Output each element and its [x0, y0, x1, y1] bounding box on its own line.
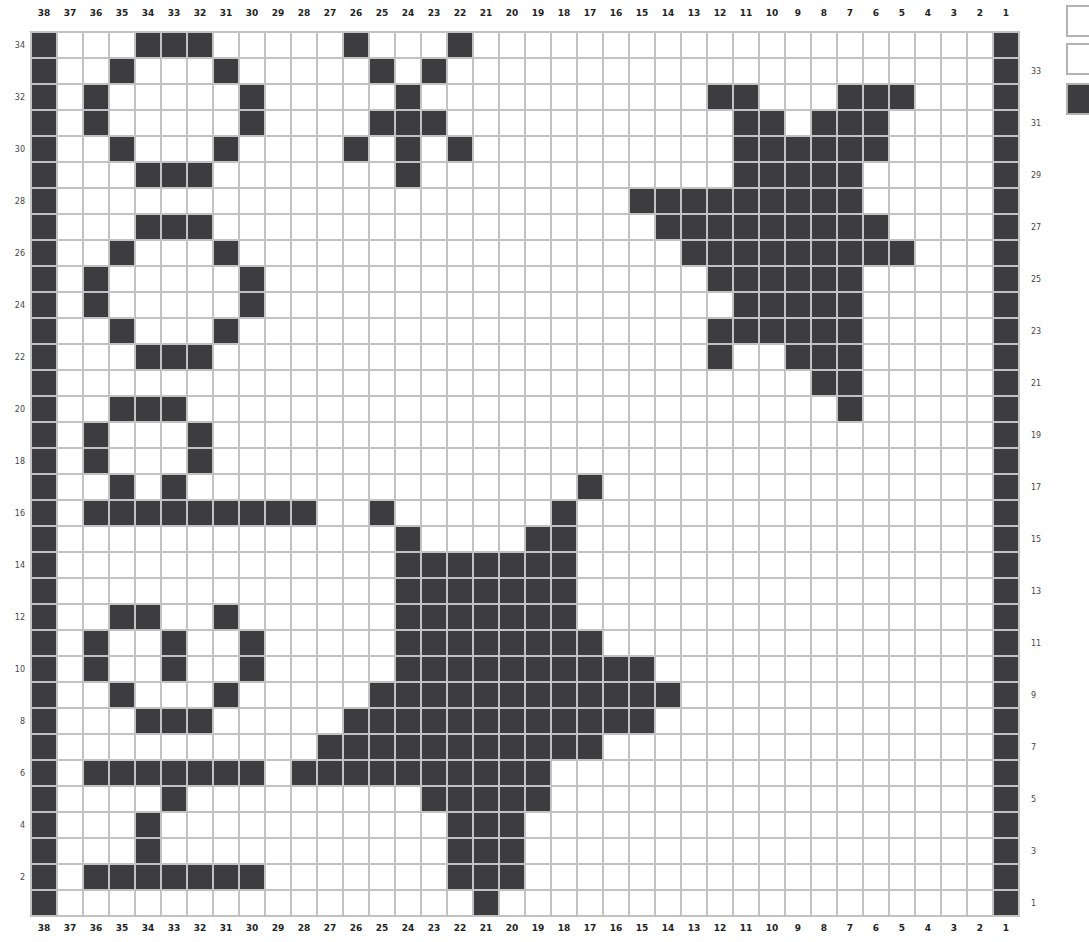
- grid-cell[interactable]: [32, 397, 56, 421]
- grid-cell[interactable]: [838, 59, 862, 83]
- grid-cell[interactable]: [214, 631, 238, 655]
- grid-cell[interactable]: [240, 735, 264, 759]
- grid-cell[interactable]: [760, 761, 784, 785]
- grid-cell[interactable]: [526, 189, 550, 213]
- grid-cell[interactable]: [994, 293, 1018, 317]
- grid-cell[interactable]: [214, 189, 238, 213]
- grid-cell[interactable]: [240, 553, 264, 577]
- grid-cell[interactable]: [656, 319, 680, 343]
- grid-cell[interactable]: [266, 527, 290, 551]
- grid-cell[interactable]: [500, 787, 524, 811]
- grid-cell[interactable]: [292, 657, 316, 681]
- grid-cell[interactable]: [344, 111, 368, 135]
- grid-cell[interactable]: [656, 345, 680, 369]
- grid-cell[interactable]: [136, 59, 160, 83]
- grid-cell[interactable]: [526, 683, 550, 707]
- grid-cell[interactable]: [344, 735, 368, 759]
- grid-cell[interactable]: [812, 215, 836, 239]
- grid-cell[interactable]: [838, 501, 862, 525]
- grid-cell[interactable]: [838, 891, 862, 915]
- grid-cell[interactable]: [864, 397, 888, 421]
- grid-cell[interactable]: [110, 631, 134, 655]
- grid-cell[interactable]: [292, 397, 316, 421]
- grid-cell[interactable]: [734, 527, 758, 551]
- grid-cell[interactable]: [838, 579, 862, 603]
- grid-cell[interactable]: [968, 215, 992, 239]
- grid-cell[interactable]: [214, 683, 238, 707]
- grid-cell[interactable]: [136, 709, 160, 733]
- grid-cell[interactable]: [578, 111, 602, 135]
- grid-cell[interactable]: [552, 657, 576, 681]
- grid-cell[interactable]: [656, 189, 680, 213]
- grid-cell[interactable]: [708, 397, 732, 421]
- grid-cell[interactable]: [578, 891, 602, 915]
- grid-cell[interactable]: [604, 579, 628, 603]
- grid-cell[interactable]: [578, 683, 602, 707]
- grid-cell[interactable]: [968, 267, 992, 291]
- grid-cell[interactable]: [474, 345, 498, 369]
- grid-cell[interactable]: [656, 163, 680, 187]
- grid-cell[interactable]: [240, 501, 264, 525]
- grid-cell[interactable]: [58, 59, 82, 83]
- grid-cell[interactable]: [630, 449, 654, 473]
- grid-cell[interactable]: [604, 267, 628, 291]
- grid-cell[interactable]: [214, 111, 238, 135]
- grid-cell[interactable]: [916, 527, 940, 551]
- grid-cell[interactable]: [370, 657, 394, 681]
- grid-cell[interactable]: [734, 891, 758, 915]
- grid-cell[interactable]: [474, 33, 498, 57]
- grid-cell[interactable]: [110, 111, 134, 135]
- grid-cell[interactable]: [266, 475, 290, 499]
- grid-cell[interactable]: [656, 59, 680, 83]
- grid-cell[interactable]: [552, 839, 576, 863]
- grid-cell[interactable]: [136, 475, 160, 499]
- grid-cell[interactable]: [370, 839, 394, 863]
- grid-cell[interactable]: [786, 189, 810, 213]
- grid-cell[interactable]: [396, 657, 420, 681]
- grid-cell[interactable]: [656, 579, 680, 603]
- grid-cell[interactable]: [448, 163, 472, 187]
- grid-cell[interactable]: [812, 891, 836, 915]
- grid-cell[interactable]: [942, 527, 966, 551]
- grid-cell[interactable]: [890, 813, 914, 837]
- grid-cell[interactable]: [344, 267, 368, 291]
- grid-cell[interactable]: [32, 85, 56, 109]
- grid-cell[interactable]: [396, 579, 420, 603]
- grid-cell[interactable]: [474, 85, 498, 109]
- grid-cell[interactable]: [370, 189, 394, 213]
- grid-cell[interactable]: [292, 33, 316, 57]
- grid-cell[interactable]: [812, 579, 836, 603]
- grid-cell[interactable]: [942, 215, 966, 239]
- grid-cell[interactable]: [500, 319, 524, 343]
- grid-cell[interactable]: [656, 865, 680, 889]
- grid-cell[interactable]: [864, 163, 888, 187]
- grid-cell[interactable]: [968, 787, 992, 811]
- grid-cell[interactable]: [630, 553, 654, 577]
- grid-cell[interactable]: [708, 501, 732, 525]
- grid-cell[interactable]: [240, 371, 264, 395]
- grid-cell[interactable]: [474, 735, 498, 759]
- grid-cell[interactable]: [526, 553, 550, 577]
- grid-cell[interactable]: [110, 293, 134, 317]
- grid-cell[interactable]: [760, 111, 784, 135]
- grid-cell[interactable]: [500, 267, 524, 291]
- grid-cell[interactable]: [604, 839, 628, 863]
- grid-cell[interactable]: [838, 137, 862, 161]
- grid-cell[interactable]: [916, 163, 940, 187]
- grid-cell[interactable]: [682, 735, 706, 759]
- grid-cell[interactable]: [162, 111, 186, 135]
- grid-cell[interactable]: [370, 397, 394, 421]
- grid-cell[interactable]: [396, 189, 420, 213]
- grid-cell[interactable]: [188, 163, 212, 187]
- grid-cell[interactable]: [136, 761, 160, 785]
- grid-cell[interactable]: [370, 813, 394, 837]
- grid-cell[interactable]: [578, 657, 602, 681]
- grid-cell[interactable]: [448, 293, 472, 317]
- grid-cell[interactable]: [84, 85, 108, 109]
- grid-cell[interactable]: [32, 579, 56, 603]
- grid-cell[interactable]: [916, 345, 940, 369]
- grid-cell[interactable]: [500, 449, 524, 473]
- grid-cell[interactable]: [864, 735, 888, 759]
- grid-cell[interactable]: [786, 475, 810, 499]
- grid-cell[interactable]: [864, 293, 888, 317]
- grid-cell[interactable]: [526, 865, 550, 889]
- grid-cell[interactable]: [214, 319, 238, 343]
- grid-cell[interactable]: [110, 59, 134, 83]
- grid-cell[interactable]: [760, 891, 784, 915]
- grid-cell[interactable]: [890, 735, 914, 759]
- grid-cell[interactable]: [422, 657, 446, 681]
- grid-cell[interactable]: [292, 85, 316, 109]
- grid-cell[interactable]: [136, 111, 160, 135]
- grid-cell[interactable]: [864, 241, 888, 265]
- grid-cell[interactable]: [500, 761, 524, 785]
- grid-cell[interactable]: [890, 85, 914, 109]
- grid-cell[interactable]: [968, 579, 992, 603]
- grid-cell[interactable]: [500, 631, 524, 655]
- grid-cell[interactable]: [656, 449, 680, 473]
- grid-cell[interactable]: [344, 449, 368, 473]
- grid-cell[interactable]: [32, 449, 56, 473]
- grid-cell[interactable]: [942, 293, 966, 317]
- grid-cell[interactable]: [916, 189, 940, 213]
- grid-cell[interactable]: [994, 163, 1018, 187]
- grid-cell[interactable]: [838, 839, 862, 863]
- grid-cell[interactable]: [370, 527, 394, 551]
- grid-cell[interactable]: [942, 501, 966, 525]
- grid-cell[interactable]: [110, 787, 134, 811]
- grid-cell[interactable]: [968, 657, 992, 681]
- grid-cell[interactable]: [422, 215, 446, 239]
- grid-cell[interactable]: [58, 111, 82, 135]
- grid-cell[interactable]: [136, 657, 160, 681]
- grid-cell[interactable]: [188, 657, 212, 681]
- grid-cell[interactable]: [916, 501, 940, 525]
- grid-cell[interactable]: [58, 865, 82, 889]
- grid-cell[interactable]: [630, 865, 654, 889]
- grid-cell[interactable]: [682, 683, 706, 707]
- grid-cell[interactable]: [422, 553, 446, 577]
- grid-cell[interactable]: [58, 839, 82, 863]
- grid-cell[interactable]: [266, 33, 290, 57]
- grid-cell[interactable]: [760, 475, 784, 499]
- grid-cell[interactable]: [526, 215, 550, 239]
- grid-cell[interactable]: [84, 423, 108, 447]
- grid-cell[interactable]: [916, 267, 940, 291]
- grid-cell[interactable]: [890, 657, 914, 681]
- grid-cell[interactable]: [344, 319, 368, 343]
- grid-cell[interactable]: [136, 189, 160, 213]
- grid-cell[interactable]: [630, 59, 654, 83]
- grid-cell[interactable]: [760, 241, 784, 265]
- grid-cell[interactable]: [682, 449, 706, 473]
- grid-cell[interactable]: [968, 527, 992, 551]
- grid-cell[interactable]: [942, 241, 966, 265]
- grid-cell[interactable]: [942, 345, 966, 369]
- grid-cell[interactable]: [552, 631, 576, 655]
- grid-cell[interactable]: [864, 423, 888, 447]
- grid-cell[interactable]: [968, 111, 992, 135]
- grid-cell[interactable]: [916, 579, 940, 603]
- grid-cell[interactable]: [188, 813, 212, 837]
- grid-cell[interactable]: [994, 709, 1018, 733]
- grid-cell[interactable]: [578, 839, 602, 863]
- grid-cell[interactable]: [474, 605, 498, 629]
- grid-cell[interactable]: [682, 891, 706, 915]
- grid-cell[interactable]: [474, 241, 498, 265]
- grid-cell[interactable]: [266, 501, 290, 525]
- grid-cell[interactable]: [396, 85, 420, 109]
- grid-cell[interactable]: [864, 891, 888, 915]
- grid-cell[interactable]: [292, 579, 316, 603]
- grid-cell[interactable]: [84, 865, 108, 889]
- grid-cell[interactable]: [32, 709, 56, 733]
- grid-cell[interactable]: [708, 371, 732, 395]
- grid-cell[interactable]: [578, 267, 602, 291]
- grid-cell[interactable]: [370, 553, 394, 577]
- grid-cell[interactable]: [500, 527, 524, 551]
- grid-cell[interactable]: [604, 501, 628, 525]
- grid-cell[interactable]: [916, 33, 940, 57]
- grid-cell[interactable]: [682, 397, 706, 421]
- grid-cell[interactable]: [32, 33, 56, 57]
- grid-cell[interactable]: [526, 891, 550, 915]
- grid-cell[interactable]: [396, 527, 420, 551]
- grid-cell[interactable]: [890, 891, 914, 915]
- grid-cell[interactable]: [474, 449, 498, 473]
- grid-cell[interactable]: [656, 787, 680, 811]
- grid-cell[interactable]: [500, 501, 524, 525]
- grid-cell[interactable]: [916, 735, 940, 759]
- grid-cell[interactable]: [864, 449, 888, 473]
- grid-cell[interactable]: [422, 137, 446, 161]
- grid-cell[interactable]: [864, 59, 888, 83]
- grid-cell[interactable]: [578, 735, 602, 759]
- grid-cell[interactable]: [110, 241, 134, 265]
- grid-cell[interactable]: [942, 709, 966, 733]
- grid-cell[interactable]: [448, 423, 472, 447]
- grid-cell[interactable]: [370, 501, 394, 525]
- grid-cell[interactable]: [604, 215, 628, 239]
- grid-cell[interactable]: [266, 709, 290, 733]
- grid-cell[interactable]: [890, 787, 914, 811]
- grid-cell[interactable]: [864, 683, 888, 707]
- grid-cell[interactable]: [630, 397, 654, 421]
- grid-cell[interactable]: [500, 553, 524, 577]
- grid-cell[interactable]: [838, 709, 862, 733]
- grid-cell[interactable]: [994, 475, 1018, 499]
- grid-cell[interactable]: [630, 163, 654, 187]
- grid-cell[interactable]: [474, 163, 498, 187]
- grid-cell[interactable]: [136, 579, 160, 603]
- grid-cell[interactable]: [604, 709, 628, 733]
- grid-cell[interactable]: [552, 787, 576, 811]
- grid-cell[interactable]: [812, 449, 836, 473]
- grid-cell[interactable]: [526, 319, 550, 343]
- grid-cell[interactable]: [708, 85, 732, 109]
- grid-cell[interactable]: [32, 189, 56, 213]
- grid-cell[interactable]: [604, 371, 628, 395]
- grid-cell[interactable]: [734, 475, 758, 499]
- grid-cell[interactable]: [890, 553, 914, 577]
- grid-cell[interactable]: [812, 813, 836, 837]
- grid-cell[interactable]: [500, 891, 524, 915]
- grid-cell[interactable]: [838, 527, 862, 551]
- grid-cell[interactable]: [396, 475, 420, 499]
- grid-cell[interactable]: [812, 865, 836, 889]
- grid-cell[interactable]: [292, 137, 316, 161]
- grid-cell[interactable]: [422, 709, 446, 733]
- grid-cell[interactable]: [448, 527, 472, 551]
- grid-cell[interactable]: [760, 189, 784, 213]
- grid-cell[interactable]: [474, 839, 498, 863]
- grid-cell[interactable]: [422, 345, 446, 369]
- grid-cell[interactable]: [552, 59, 576, 83]
- grid-cell[interactable]: [240, 449, 264, 473]
- grid-cell[interactable]: [578, 163, 602, 187]
- grid-cell[interactable]: [838, 423, 862, 447]
- grid-cell[interactable]: [422, 449, 446, 473]
- grid-cell[interactable]: [292, 163, 316, 187]
- grid-cell[interactable]: [630, 137, 654, 161]
- grid-cell[interactable]: [812, 553, 836, 577]
- grid-cell[interactable]: [630, 241, 654, 265]
- grid-cell[interactable]: [760, 59, 784, 83]
- grid-cell[interactable]: [188, 631, 212, 655]
- grid-cell[interactable]: [318, 475, 342, 499]
- grid-cell[interactable]: [760, 709, 784, 733]
- grid-cell[interactable]: [812, 241, 836, 265]
- grid-cell[interactable]: [266, 215, 290, 239]
- grid-cell[interactable]: [708, 423, 732, 447]
- grid-cell[interactable]: [786, 865, 810, 889]
- grid-cell[interactable]: [578, 137, 602, 161]
- grid-cell[interactable]: [682, 787, 706, 811]
- grid-cell[interactable]: [812, 319, 836, 343]
- grid-cell[interactable]: [58, 891, 82, 915]
- grid-cell[interactable]: [526, 605, 550, 629]
- grid-cell[interactable]: [370, 475, 394, 499]
- grid-cell[interactable]: [110, 761, 134, 785]
- grid-cell[interactable]: [838, 163, 862, 187]
- grid-cell[interactable]: [630, 33, 654, 57]
- grid-cell[interactable]: [656, 709, 680, 733]
- grid-cell[interactable]: [994, 137, 1018, 161]
- grid-cell[interactable]: [708, 319, 732, 343]
- grid-cell[interactable]: [604, 319, 628, 343]
- grid-cell[interactable]: [188, 787, 212, 811]
- grid-cell[interactable]: [656, 137, 680, 161]
- grid-cell[interactable]: [708, 215, 732, 239]
- grid-cell[interactable]: [136, 501, 160, 525]
- grid-cell[interactable]: [162, 735, 186, 759]
- grid-cell[interactable]: [578, 215, 602, 239]
- grid-cell[interactable]: [708, 449, 732, 473]
- grid-cell[interactable]: [916, 839, 940, 863]
- grid-cell[interactable]: [474, 891, 498, 915]
- grid-cell[interactable]: [214, 501, 238, 525]
- grid-cell[interactable]: [552, 293, 576, 317]
- grid-cell[interactable]: [188, 735, 212, 759]
- grid-cell[interactable]: [318, 631, 342, 655]
- grid-cell[interactable]: [448, 891, 472, 915]
- grid-cell[interactable]: [162, 891, 186, 915]
- grid-cell[interactable]: [136, 553, 160, 577]
- grid-cell[interactable]: [500, 293, 524, 317]
- grid-cell[interactable]: [526, 501, 550, 525]
- grid-cell[interactable]: [214, 371, 238, 395]
- grid-cell[interactable]: [292, 319, 316, 343]
- grid-cell[interactable]: [682, 189, 706, 213]
- grid-cell[interactable]: [786, 605, 810, 629]
- grid-cell[interactable]: [630, 761, 654, 785]
- grid-cell[interactable]: [214, 397, 238, 421]
- grid-cell[interactable]: [552, 553, 576, 577]
- grid-cell[interactable]: [942, 371, 966, 395]
- grid-cell[interactable]: [110, 553, 134, 577]
- grid-cell[interactable]: [370, 59, 394, 83]
- grid-cell[interactable]: [188, 449, 212, 473]
- grid-cell[interactable]: [188, 579, 212, 603]
- grid-cell[interactable]: [240, 475, 264, 499]
- grid-cell[interactable]: [682, 579, 706, 603]
- grid-cell[interactable]: [838, 293, 862, 317]
- grid-cell[interactable]: [422, 787, 446, 811]
- grid-cell[interactable]: [292, 735, 316, 759]
- grid-cell[interactable]: [890, 449, 914, 473]
- grid-cell[interactable]: [84, 137, 108, 161]
- grid-cell[interactable]: [266, 293, 290, 317]
- grid-cell[interactable]: [266, 631, 290, 655]
- grid-cell[interactable]: [266, 423, 290, 447]
- grid-cell[interactable]: [500, 371, 524, 395]
- grid-cell[interactable]: [370, 579, 394, 603]
- grid-cell[interactable]: [786, 345, 810, 369]
- grid-cell[interactable]: [682, 85, 706, 109]
- grid-cell[interactable]: [786, 111, 810, 135]
- grid-cell[interactable]: [58, 423, 82, 447]
- grid-cell[interactable]: [968, 423, 992, 447]
- grid-cell[interactable]: [916, 215, 940, 239]
- grid-cell[interactable]: [552, 761, 576, 785]
- legend-swatch-2[interactable]: [1066, 43, 1089, 75]
- grid-cell[interactable]: [110, 33, 134, 57]
- grid-cell[interactable]: [84, 501, 108, 525]
